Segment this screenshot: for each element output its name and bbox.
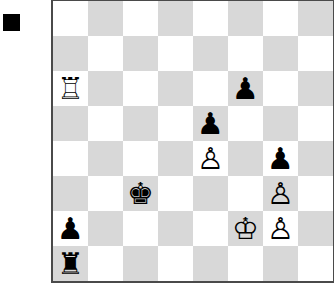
square-a4[interactable]	[53, 141, 88, 176]
black-pawn-icon: ♟	[57, 211, 84, 246]
square-a8[interactable]	[53, 1, 88, 36]
square-c1[interactable]	[123, 246, 158, 281]
square-b7[interactable]	[88, 36, 123, 71]
chess-diagram: ♖♟♟♙♟♚♙♟♔♙♜	[0, 0, 334, 285]
square-a2[interactable]: ♟	[53, 211, 88, 246]
black-pawn-icon: ♟	[267, 141, 294, 176]
square-b8[interactable]	[88, 1, 123, 36]
square-a1[interactable]: ♜	[53, 246, 88, 281]
white-pawn-icon: ♙	[267, 176, 294, 211]
white-pawn-icon: ♙	[197, 141, 224, 176]
square-h6[interactable]	[298, 71, 333, 106]
square-g8[interactable]	[263, 1, 298, 36]
square-f5[interactable]	[228, 106, 263, 141]
square-d5[interactable]	[158, 106, 193, 141]
black-pawn-icon: ♟	[197, 106, 224, 141]
square-e3[interactable]	[193, 176, 228, 211]
white-king-icon: ♔	[232, 211, 259, 246]
square-h3[interactable]	[298, 176, 333, 211]
square-c6[interactable]	[123, 71, 158, 106]
square-h7[interactable]	[298, 36, 333, 71]
square-g6[interactable]	[263, 71, 298, 106]
square-e8[interactable]	[193, 1, 228, 36]
chess-board: ♖♟♟♙♟♚♙♟♔♙♜	[51, 0, 334, 283]
square-g1[interactable]	[263, 246, 298, 281]
square-c7[interactable]	[123, 36, 158, 71]
square-g2[interactable]: ♙	[263, 211, 298, 246]
square-b5[interactable]	[88, 106, 123, 141]
square-f1[interactable]	[228, 246, 263, 281]
square-a3[interactable]	[53, 176, 88, 211]
white-rook-icon: ♖	[57, 71, 84, 106]
square-b1[interactable]	[88, 246, 123, 281]
square-e4[interactable]: ♙	[193, 141, 228, 176]
square-c4[interactable]	[123, 141, 158, 176]
square-f8[interactable]	[228, 1, 263, 36]
square-h2[interactable]	[298, 211, 333, 246]
square-d6[interactable]	[158, 71, 193, 106]
black-king-icon: ♚	[127, 176, 154, 211]
square-a6[interactable]: ♖	[53, 71, 88, 106]
square-a7[interactable]	[53, 36, 88, 71]
square-g4[interactable]: ♟	[263, 141, 298, 176]
black-rook-icon: ♜	[57, 246, 84, 281]
white-pawn-icon: ♙	[267, 211, 294, 246]
square-f2[interactable]: ♔	[228, 211, 263, 246]
side-to-move-indicator	[3, 14, 20, 31]
square-f4[interactable]	[228, 141, 263, 176]
square-f7[interactable]	[228, 36, 263, 71]
square-c2[interactable]	[123, 211, 158, 246]
square-d3[interactable]	[158, 176, 193, 211]
square-d2[interactable]	[158, 211, 193, 246]
square-b3[interactable]	[88, 176, 123, 211]
square-e7[interactable]	[193, 36, 228, 71]
square-d1[interactable]	[158, 246, 193, 281]
square-g3[interactable]: ♙	[263, 176, 298, 211]
square-b6[interactable]	[88, 71, 123, 106]
square-e6[interactable]	[193, 71, 228, 106]
square-b4[interactable]	[88, 141, 123, 176]
square-c3[interactable]: ♚	[123, 176, 158, 211]
square-e2[interactable]	[193, 211, 228, 246]
square-b2[interactable]	[88, 211, 123, 246]
square-e5[interactable]: ♟	[193, 106, 228, 141]
black-pawn-icon: ♟	[232, 71, 259, 106]
square-e1[interactable]	[193, 246, 228, 281]
square-d4[interactable]	[158, 141, 193, 176]
square-d8[interactable]	[158, 1, 193, 36]
square-d7[interactable]	[158, 36, 193, 71]
square-g7[interactable]	[263, 36, 298, 71]
square-f6[interactable]: ♟	[228, 71, 263, 106]
square-c8[interactable]	[123, 1, 158, 36]
square-h4[interactable]	[298, 141, 333, 176]
square-h1[interactable]	[298, 246, 333, 281]
square-g5[interactable]	[263, 106, 298, 141]
square-a5[interactable]	[53, 106, 88, 141]
square-h8[interactable]	[298, 1, 333, 36]
square-f3[interactable]	[228, 176, 263, 211]
square-h5[interactable]	[298, 106, 333, 141]
square-c5[interactable]	[123, 106, 158, 141]
